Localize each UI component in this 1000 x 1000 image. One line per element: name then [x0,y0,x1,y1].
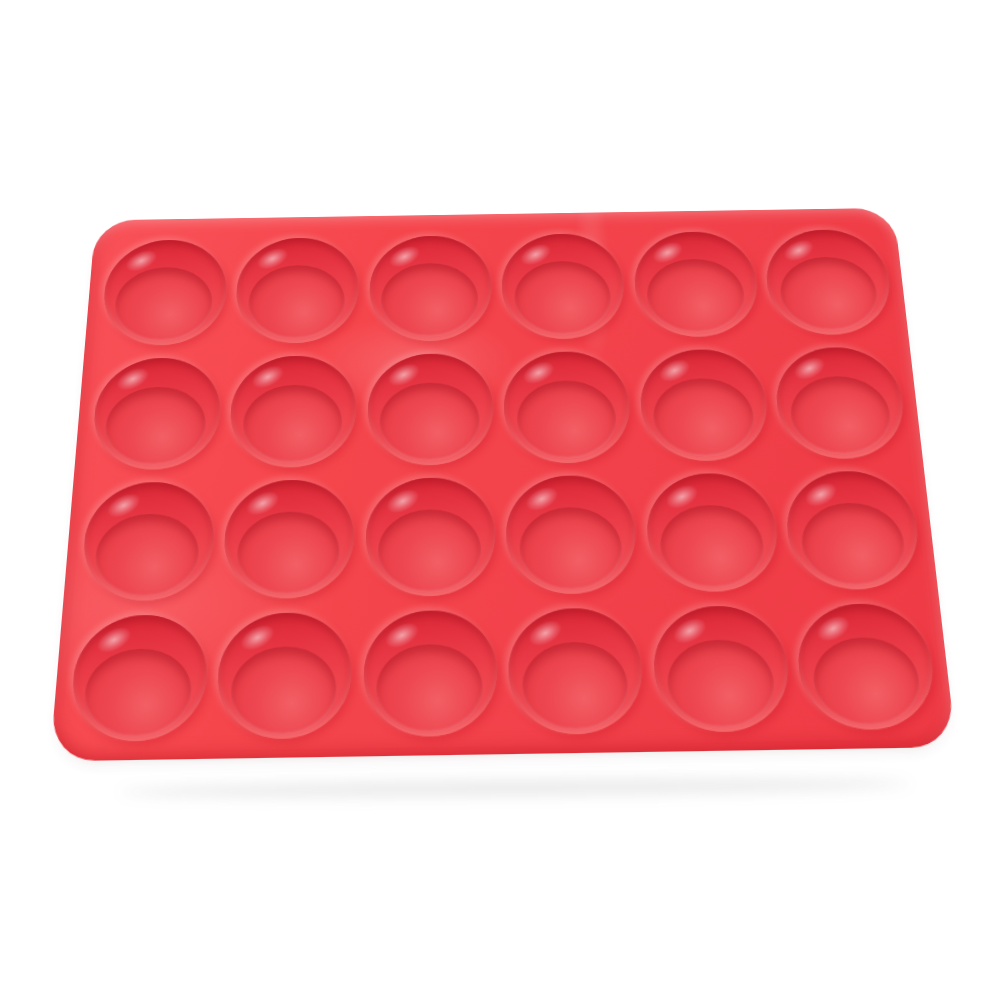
product-photo-scene [0,0,1000,1000]
muffin-cup [234,237,359,344]
muffin-cup [363,610,498,738]
muffin-cup [638,348,770,461]
muffin-cup [505,475,638,595]
muffin-cup [222,479,355,599]
muffin-cup [79,482,216,602]
muffin-cup [367,353,494,466]
muffin-cup [632,231,760,338]
muffin-cup [763,229,895,336]
cup-grid [61,223,946,750]
muffin-cup [501,233,626,340]
muffin-cup [215,612,352,740]
muffin-tray [50,208,956,761]
muffin-cup [68,614,209,742]
muffin-cup [90,357,223,470]
muffin-cup [503,350,632,463]
muffin-cup [783,471,924,591]
muffin-cup [365,477,496,597]
muffin-cup [773,346,909,459]
muffin-cup [100,239,229,346]
tray-drop-shadow [120,776,910,800]
muffin-cup [228,355,357,468]
muffin-cup [794,603,939,731]
muffin-cup [508,608,645,736]
muffin-cup [644,473,781,593]
muffin-cup [651,605,792,733]
muffin-cup [369,235,492,342]
